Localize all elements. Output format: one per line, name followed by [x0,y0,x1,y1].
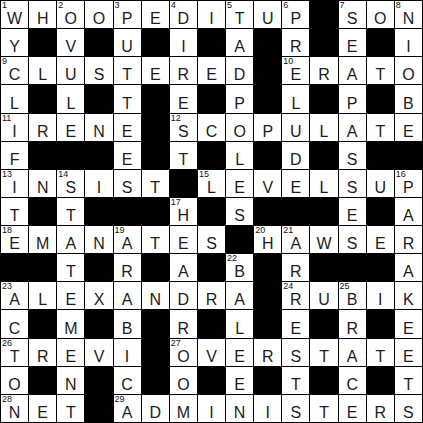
cell[interactable]: X [85,282,112,309]
black-cell [142,367,169,394]
cell[interactable]: 28N [1,395,28,422]
cell[interactable]: M [170,395,197,422]
cell[interactable]: P [339,85,366,112]
cell-letter: S [234,208,245,224]
cell[interactable]: 17H [170,198,197,225]
clue-number: 5 [227,1,232,11]
cell[interactable]: P [226,85,253,112]
cell[interactable]: R [29,339,56,366]
cell-letter: T [375,349,385,365]
cell[interactable]: S [339,142,366,169]
cell-letter: R [290,39,302,55]
cell[interactable]: D [282,142,309,169]
cell-letter: F [10,152,20,168]
black-cell [198,29,225,56]
black-cell [142,114,169,141]
cell-letter: L [235,321,244,337]
cell-letter: P [122,11,133,27]
cell[interactable]: 29A [114,395,141,422]
cell-letter: A [178,264,189,280]
cell-letter: E [291,321,302,337]
cell[interactable]: A [57,226,84,253]
cell[interactable]: E [339,395,366,422]
cell[interactable]: T [57,395,84,422]
cell-letter: B [122,321,133,337]
cell[interactable]: E [142,1,169,28]
cell[interactable]: 11I [1,114,28,141]
cell[interactable]: 15L [198,170,225,197]
cell-letter: O [65,11,77,27]
black-cell [367,254,394,281]
black-cell [254,142,281,169]
black-cell [29,254,56,281]
cell[interactable]: D [170,282,197,309]
cell[interactable]: A [170,254,197,281]
cell[interactable]: N [29,170,56,197]
cell-letter: V [94,349,105,365]
cell[interactable]: E [226,367,253,394]
black-cell [57,142,84,169]
clue-number: 14 [58,170,68,180]
cell[interactable]: 21A [282,226,309,253]
cell[interactable]: A [339,339,366,366]
cell-letter: L [320,180,329,196]
cell-letter: M [64,321,77,337]
cell[interactable]: D [226,57,253,84]
cell[interactable]: O [170,367,197,394]
black-cell [310,310,337,337]
cell[interactable]: T [367,114,394,141]
cell-letter: N [93,236,105,252]
cell-letter: R [318,67,330,83]
clue-number: 13 [2,170,12,180]
cell-letter: O [402,67,414,83]
cell[interactable]: T [395,367,422,394]
cell[interactable]: R [367,395,394,422]
cell[interactable]: I [170,29,197,56]
cell[interactable]: S [282,339,309,366]
black-cell [367,367,394,394]
cell[interactable]: A [395,198,422,225]
cell-letter: A [347,124,358,140]
cell[interactable]: A [339,57,366,84]
cell[interactable]: N [85,226,112,253]
clue-number: 26 [2,339,12,349]
cell[interactable]: U [114,29,141,56]
black-cell [1,254,28,281]
cell-letter: L [207,180,216,196]
cell-letter: S [178,124,189,140]
cell[interactable]: 2O [57,1,84,28]
cell-letter: I [125,349,129,365]
cell[interactable]: I [254,395,281,422]
cell[interactable]: S [226,198,253,225]
cell[interactable]: E [142,57,169,84]
cell-letter: E [150,11,161,27]
cell[interactable]: R [114,254,141,281]
cell[interactable]: L [226,310,253,337]
black-cell [254,85,281,112]
cell-letter: T [66,264,76,280]
cell[interactable]: 16P [395,170,422,197]
cell[interactable]: R [339,310,366,337]
cell[interactable]: V [198,339,225,366]
black-cell [198,142,225,169]
cell[interactable]: N [226,395,253,422]
cell[interactable]: C [339,367,366,394]
cell-letter: T [10,208,20,224]
cell[interactable]: E [114,114,141,141]
cell[interactable]: R [254,339,281,366]
cell[interactable]: E [395,114,422,141]
cell-letter: E [37,405,48,421]
clue-number: 25 [340,282,350,292]
clue-number: 4 [171,1,176,11]
cell-letter: T [319,405,329,421]
cell[interactable]: B [395,85,422,112]
cell[interactable]: U [254,1,281,28]
cell[interactable]: T [367,57,394,84]
cell-letter: N [65,377,77,393]
cell-letter: T [150,236,160,252]
cell-letter: R [121,264,133,280]
cell-letter: P [291,11,302,27]
cell[interactable]: I [198,395,225,422]
cell[interactable]: E [170,85,197,112]
cell[interactable]: R [395,226,422,253]
cell[interactable]: T [1,198,28,225]
cell-letter: S [347,11,358,27]
cell[interactable]: 3P [114,1,141,28]
cell[interactable]: 25B [339,282,366,309]
cell[interactable]: H [29,1,56,28]
cell[interactable]: D [142,395,169,422]
cell-letter: T [291,377,301,393]
cell[interactable]: R [170,310,197,337]
cell[interactable]: E [170,226,197,253]
cell[interactable]: C [198,114,225,141]
black-cell [254,254,281,281]
cell[interactable]: R [282,254,309,281]
cell-letter: R [290,264,302,280]
black-cell [142,198,169,225]
cell[interactable]: T [170,142,197,169]
black-cell [85,198,112,225]
cell[interactable]: R [282,29,309,56]
cell[interactable]: E [367,226,394,253]
cell[interactable]: 12S [170,114,197,141]
clue-number: 9 [2,57,7,67]
black-cell [339,254,366,281]
cell-letter: N [9,405,21,421]
cell-letter: T [319,349,329,365]
cell-letter: N [37,180,49,196]
cell[interactable]: 4D [170,1,197,28]
cell-letter: A [403,264,414,280]
black-cell [198,310,225,337]
cell[interactable]: S [85,57,112,84]
cell[interactable]: Y [1,29,28,56]
cell[interactable]: N [57,367,84,394]
cell-letter: A [65,236,76,252]
cell-letter: S [347,152,358,168]
cell-letter: S [206,236,217,252]
cell[interactable]: A [226,29,253,56]
cell-letter: T [235,11,245,27]
cell[interactable]: L [57,85,84,112]
cell-letter: C [9,321,21,337]
cell[interactable]: L [1,85,28,112]
cell-letter: K [403,292,414,308]
cell[interactable]: P [254,114,281,141]
cell[interactable]: 26T [1,339,28,366]
black-cell [170,170,197,197]
cell-letter: T [66,405,76,421]
cell[interactable]: S [198,226,225,253]
cell[interactable]: L [310,170,337,197]
cell-letter: S [403,405,414,421]
cell-letter: H [37,11,49,27]
cell-letter: O [233,124,245,140]
clue-number: 6 [283,1,288,11]
black-cell [198,198,225,225]
cell-letter: T [122,96,132,112]
cell[interactable]: S [395,395,422,422]
cell[interactable]: W [310,226,337,253]
cell[interactable]: E [57,114,84,141]
cell-letter: E [403,349,414,365]
clue-number: 7 [340,1,345,11]
cell-letter: R [290,292,302,308]
cell[interactable]: T [57,198,84,225]
cell[interactable]: 5T [226,1,253,28]
cell-letter: C [9,67,21,83]
black-cell [254,367,281,394]
cell-letter: T [150,180,160,196]
cell[interactable]: T [282,367,309,394]
cell[interactable]: U [57,57,84,84]
cell[interactable]: T [310,395,337,422]
cell[interactable]: C [114,367,141,394]
cell-letter: B [234,264,245,280]
cell[interactable]: E [198,57,225,84]
cell-letter: U [290,124,302,140]
clue-number: 3 [115,1,120,11]
cell-letter: T [122,67,132,83]
cell[interactable]: O [226,114,253,141]
cell[interactable]: 23A [1,282,28,309]
cell-letter: D [178,292,190,308]
cell[interactable]: U [310,282,337,309]
cell[interactable]: E [282,310,309,337]
cell[interactable]: F [1,142,28,169]
clue-number: 27 [171,339,181,349]
cell-letter: V [206,349,217,365]
cell[interactable]: 24R [282,282,309,309]
cell[interactable]: O [1,367,28,394]
black-cell [310,198,337,225]
cell-letter: I [209,11,213,27]
cell[interactable]: A [226,282,253,309]
cell[interactable]: U [367,170,394,197]
black-cell [367,85,394,112]
cell[interactable]: 9C [1,57,28,84]
cell[interactable]: L [282,85,309,112]
cell[interactable]: O [367,1,394,28]
clue-number: 20 [255,226,265,236]
cell[interactable]: M [29,226,56,253]
cell-letter: U [65,67,77,83]
cell[interactable]: 8N [395,1,422,28]
cell[interactable]: E [226,339,253,366]
cell[interactable]: S [339,170,366,197]
cell[interactable]: E [395,339,422,366]
cell[interactable]: R [170,57,197,84]
clue-number: 2 [58,1,63,11]
cell-letter: S [347,236,358,252]
cell[interactable]: M [57,310,84,337]
cell[interactable]: N [85,114,112,141]
cell[interactable]: 7S [339,1,366,28]
cell[interactable]: A [114,282,141,309]
cell[interactable]: O [85,1,112,28]
cell[interactable]: C [1,310,28,337]
cell-letter: U [121,39,133,55]
cell-letter: E [291,180,302,196]
cell[interactable]: T [114,57,141,84]
cell[interactable]: A [339,114,366,141]
cell-letter: R [178,321,190,337]
cell-letter: R [403,236,415,252]
cell-letter: N [93,124,105,140]
cell[interactable]: E [395,310,422,337]
cell[interactable]: 22B [226,254,253,281]
cell-letter: E [347,405,358,421]
cell-letter: E [347,208,358,224]
cell[interactable]: 14S [57,170,84,197]
cell[interactable]: 19A [114,226,141,253]
cell-letter: U [318,292,330,308]
cell-letter: P [403,180,414,196]
cell-letter: R [262,349,274,365]
cell[interactable]: A [395,254,422,281]
cell-letter: L [38,292,47,308]
cell[interactable]: B [114,310,141,337]
cell[interactable]: E [114,142,141,169]
cell-letter: H [262,236,274,252]
black-cell [29,310,56,337]
cell-letter: M [36,236,49,252]
black-cell [254,57,281,84]
cell[interactable]: E [282,170,309,197]
cell[interactable]: 10E [282,57,309,84]
cell[interactable]: E [29,395,56,422]
cell[interactable]: U [282,114,309,141]
cell-letter: I [12,124,16,140]
black-cell [142,254,169,281]
cell[interactable]: 20H [254,226,281,253]
black-cell [142,310,169,337]
cell[interactable]: T [114,85,141,112]
cell[interactable]: E [339,198,366,225]
clue-number: 11 [2,114,11,124]
cell[interactable]: O [395,57,422,84]
cell-letter: D [178,11,190,27]
cell[interactable]: R [310,57,337,84]
cell[interactable]: E [57,282,84,309]
black-cell [85,367,112,394]
black-cell [310,85,337,112]
black-cell [198,367,225,394]
black-cell [142,29,169,56]
cell-letter: N [234,405,246,421]
black-cell [198,85,225,112]
cell[interactable]: I [114,339,141,366]
cell[interactable]: T [142,226,169,253]
cell-letter: E [178,96,189,112]
cell-letter: O [93,11,105,27]
cell[interactable]: V [85,339,112,366]
cell[interactable]: 1W [1,1,28,28]
cell[interactable]: T [57,254,84,281]
cell[interactable]: E [226,170,253,197]
cell[interactable]: L [29,282,56,309]
cell-letter: X [94,292,105,308]
cell[interactable]: E [57,339,84,366]
black-cell [114,198,141,225]
cell[interactable]: V [254,170,281,197]
cell[interactable]: 13I [1,170,28,197]
cell[interactable]: 27O [170,339,197,366]
cell-letter: L [66,96,75,112]
black-cell [29,142,56,169]
cell[interactable]: S [282,395,309,422]
cell[interactable]: T [310,339,337,366]
cell[interactable]: I [367,282,394,309]
cell-letter: E [65,124,76,140]
cell[interactable]: L [310,114,337,141]
cell[interactable]: I [395,29,422,56]
cell[interactable]: N [142,282,169,309]
cell-letter: A [403,208,414,224]
cell[interactable]: T [367,339,394,366]
cell[interactable]: I [85,170,112,197]
cell[interactable]: 18E [1,226,28,253]
black-cell [85,310,112,337]
cell-letter: U [375,180,387,196]
cell[interactable]: S [114,170,141,197]
cell-letter: E [403,321,414,337]
cell[interactable]: I [198,1,225,28]
cell[interactable]: E [339,29,366,56]
cell[interactable]: R [198,282,225,309]
cell-letter: S [347,180,358,196]
black-cell [310,29,337,56]
cell-letter: E [150,67,161,83]
cell[interactable]: R [29,114,56,141]
black-cell [310,254,337,281]
clue-number: 16 [396,170,406,180]
cell[interactable]: L [226,142,253,169]
cell[interactable]: L [29,57,56,84]
clue-number: 29 [115,395,125,405]
clue-number: 21 [283,226,293,236]
cell[interactable]: V [57,29,84,56]
cell[interactable]: K [395,282,422,309]
cell[interactable]: 6P [282,1,309,28]
cell[interactable]: T [142,170,169,197]
cell[interactable]: S [339,226,366,253]
